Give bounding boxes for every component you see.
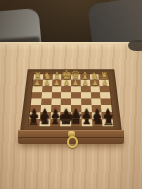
- square-e2[interactable]: ♟: [61, 80, 71, 86]
- chess-board: ♜♞♝♚♛♝♞♜♟♟♟♟♟♟♟♟♟♟♟♟♟♟♟♟♜♞♝♚♛♝♞♜: [29, 74, 114, 126]
- photo-chess-scene: ♜♞♝♚♛♝♞♜♟♟♟♟♟♟♟♟♟♟♟♟♟♟♟♟♜♞♝♚♛♝♞♜: [0, 0, 142, 189]
- square-h8[interactable]: ♜: [29, 119, 40, 126]
- white-pawn[interactable]: ♟: [34, 80, 40, 87]
- black-rook[interactable]: ♜: [28, 113, 40, 127]
- clasp-ring: [67, 136, 78, 148]
- white-pawn[interactable]: ♟: [53, 80, 59, 87]
- white-pawn[interactable]: ♟: [82, 80, 88, 87]
- white-pawn[interactable]: ♟: [92, 80, 98, 87]
- brass-clasp: [66, 131, 77, 147]
- black-rook[interactable]: ♜: [102, 113, 114, 127]
- square-b8[interactable]: ♞: [92, 119, 103, 126]
- square-f8[interactable]: ♝: [50, 119, 61, 126]
- table-dark-patch: [128, 40, 142, 51]
- white-pawn[interactable]: ♟: [101, 80, 107, 87]
- square-b2[interactable]: ♟: [90, 80, 100, 86]
- black-bishop[interactable]: ♝: [48, 112, 61, 127]
- white-pawn[interactable]: ♟: [63, 80, 69, 87]
- square-a8[interactable]: ♜: [102, 119, 113, 126]
- chess-board-box: ♜♞♝♚♛♝♞♜♟♟♟♟♟♟♟♟♟♟♟♟♟♟♟♟♜♞♝♚♛♝♞♜: [21, 70, 121, 132]
- square-a2[interactable]: ♟: [99, 80, 109, 86]
- white-pawn[interactable]: ♟: [44, 80, 50, 87]
- table-edge-highlight: [0, 42, 142, 45]
- white-pawn[interactable]: ♟: [73, 80, 79, 87]
